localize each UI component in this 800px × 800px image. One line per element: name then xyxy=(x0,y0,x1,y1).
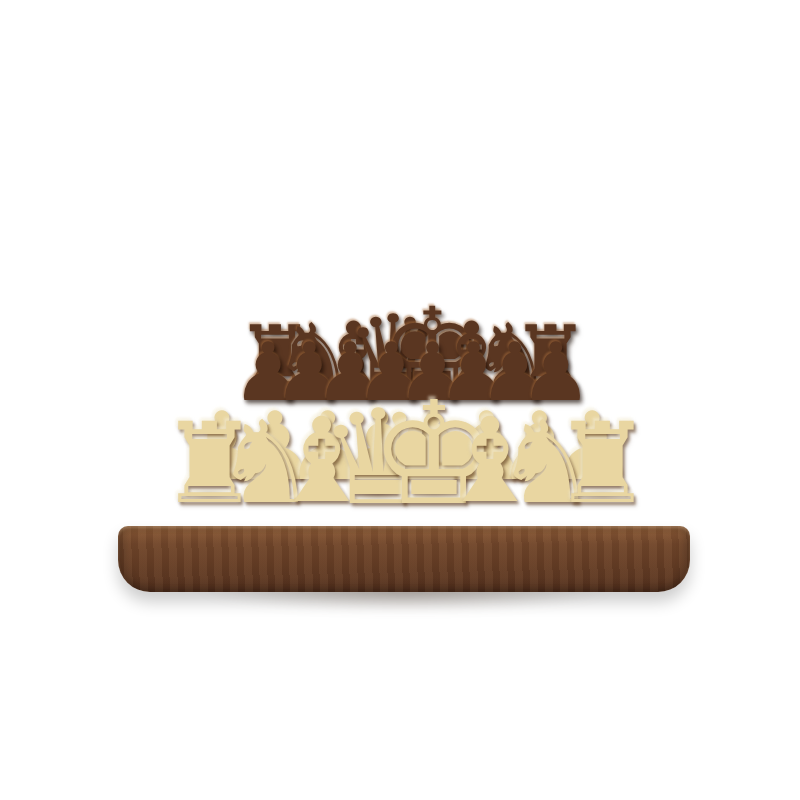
pieces-layer: ♜♞♝♛♚♝♞♜♟♟♟♟♟♟♟♟♟♟♟♟♟♟♟♟♜♞♝♛♚♝♞♜ xyxy=(0,0,800,800)
product-photo-scene: ♜♞♝♛♚♝♞♜♟♟♟♟♟♟♟♟♟♟♟♟♟♟♟♟♜♞♝♛♚♝♞♜ xyxy=(0,0,800,800)
piece-white-rook-h1[interactable]: ♜ xyxy=(552,408,652,519)
